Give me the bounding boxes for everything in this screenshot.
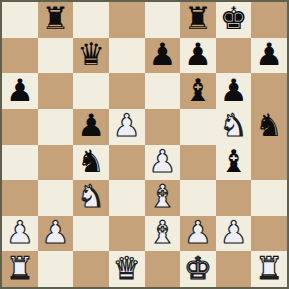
black-rook-f8[interactable]: ♜ <box>184 3 212 34</box>
square-d1[interactable]: ♛ <box>109 251 145 287</box>
square-d3[interactable] <box>109 180 145 216</box>
square-d8[interactable] <box>109 2 145 38</box>
square-e3[interactable]: ♝ <box>145 180 181 216</box>
square-g4[interactable]: ♝ <box>216 145 252 181</box>
square-a5[interactable] <box>2 109 38 145</box>
white-bishop-e2[interactable]: ♝ <box>148 217 176 248</box>
white-pawn-f2[interactable]: ♟ <box>184 217 212 248</box>
square-f7[interactable]: ♟ <box>180 38 216 74</box>
square-a1[interactable]: ♜ <box>2 251 38 287</box>
square-f2[interactable]: ♟ <box>180 216 216 252</box>
square-c6[interactable] <box>73 73 109 109</box>
square-f4[interactable] <box>180 145 216 181</box>
square-b1[interactable] <box>38 251 74 287</box>
square-h4[interactable] <box>251 145 287 181</box>
square-h3[interactable] <box>251 180 287 216</box>
square-g7[interactable] <box>216 38 252 74</box>
black-knight-c4[interactable]: ♞ <box>77 146 105 177</box>
square-c8[interactable] <box>73 2 109 38</box>
black-pawn-g6[interactable]: ♟ <box>220 75 248 106</box>
square-e4[interactable]: ♟ <box>145 145 181 181</box>
square-a6[interactable]: ♟ <box>2 73 38 109</box>
square-b5[interactable] <box>38 109 74 145</box>
square-g3[interactable] <box>216 180 252 216</box>
square-h6[interactable] <box>251 73 287 109</box>
square-a4[interactable] <box>2 145 38 181</box>
black-pawn-h7[interactable]: ♟ <box>255 39 283 70</box>
black-rook-b8[interactable]: ♜ <box>42 3 70 34</box>
black-bishop-g4[interactable]: ♝ <box>220 146 248 177</box>
square-f5[interactable] <box>180 109 216 145</box>
square-b4[interactable] <box>38 145 74 181</box>
black-knight-h5[interactable]: ♞ <box>255 110 283 141</box>
square-e7[interactable]: ♟ <box>145 38 181 74</box>
square-b6[interactable] <box>38 73 74 109</box>
square-c7[interactable]: ♛ <box>73 38 109 74</box>
square-d7[interactable] <box>109 38 145 74</box>
square-a3[interactable] <box>2 180 38 216</box>
black-pawn-a6[interactable]: ♟ <box>6 75 34 106</box>
white-pawn-e4[interactable]: ♟ <box>148 146 176 177</box>
square-e1[interactable] <box>145 251 181 287</box>
square-g8[interactable]: ♚ <box>216 2 252 38</box>
square-b2[interactable]: ♟ <box>38 216 74 252</box>
square-e5[interactable] <box>145 109 181 145</box>
white-knight-g5[interactable]: ♞ <box>220 110 248 141</box>
white-rook-h1[interactable]: ♜ <box>255 253 283 284</box>
square-h8[interactable] <box>251 2 287 38</box>
square-e8[interactable] <box>145 2 181 38</box>
square-h7[interactable]: ♟ <box>251 38 287 74</box>
white-knight-c3[interactable]: ♞ <box>77 181 105 212</box>
square-e6[interactable] <box>145 73 181 109</box>
black-pawn-f7[interactable]: ♟ <box>184 39 212 70</box>
square-f6[interactable]: ♝ <box>180 73 216 109</box>
square-a8[interactable] <box>2 2 38 38</box>
white-king-f1[interactable]: ♚ <box>184 253 212 284</box>
black-king-g8[interactable]: ♚ <box>220 3 248 34</box>
square-c2[interactable] <box>73 216 109 252</box>
square-c4[interactable]: ♞ <box>73 145 109 181</box>
black-pawn-c5[interactable]: ♟ <box>77 110 105 141</box>
square-b8[interactable]: ♜ <box>38 2 74 38</box>
square-d6[interactable] <box>109 73 145 109</box>
square-c5[interactable]: ♟ <box>73 109 109 145</box>
square-f8[interactable]: ♜ <box>180 2 216 38</box>
square-g6[interactable]: ♟ <box>216 73 252 109</box>
square-d4[interactable] <box>109 145 145 181</box>
square-h2[interactable] <box>251 216 287 252</box>
square-g1[interactable] <box>216 251 252 287</box>
square-a2[interactable]: ♟ <box>2 216 38 252</box>
square-f3[interactable] <box>180 180 216 216</box>
chess-board: ♜♜♚♛♟♟♟♟♝♟♟♟♞♞♞♟♝♞♝♟♟♝♟♟♜♛♚♜ <box>0 0 289 289</box>
white-rook-a1[interactable]: ♜ <box>6 253 34 284</box>
black-queen-c7[interactable]: ♛ <box>77 39 105 70</box>
square-h1[interactable]: ♜ <box>251 251 287 287</box>
square-b7[interactable] <box>38 38 74 74</box>
square-e2[interactable]: ♝ <box>145 216 181 252</box>
black-bishop-f6[interactable]: ♝ <box>184 75 212 106</box>
square-c1[interactable] <box>73 251 109 287</box>
white-queen-d1[interactable]: ♛ <box>113 253 141 284</box>
square-b3[interactable] <box>38 180 74 216</box>
square-c3[interactable]: ♞ <box>73 180 109 216</box>
white-pawn-d5[interactable]: ♟ <box>113 110 141 141</box>
square-a7[interactable] <box>2 38 38 74</box>
black-pawn-e7[interactable]: ♟ <box>148 39 176 70</box>
square-f1[interactable]: ♚ <box>180 251 216 287</box>
square-d5[interactable]: ♟ <box>109 109 145 145</box>
white-pawn-a2[interactable]: ♟ <box>6 217 34 248</box>
square-g2[interactable]: ♟ <box>216 216 252 252</box>
square-h5[interactable]: ♞ <box>251 109 287 145</box>
square-d2[interactable] <box>109 216 145 252</box>
white-pawn-b2[interactable]: ♟ <box>42 217 70 248</box>
square-g5[interactable]: ♞ <box>216 109 252 145</box>
white-bishop-e3[interactable]: ♝ <box>148 181 176 212</box>
white-pawn-g2[interactable]: ♟ <box>220 217 248 248</box>
